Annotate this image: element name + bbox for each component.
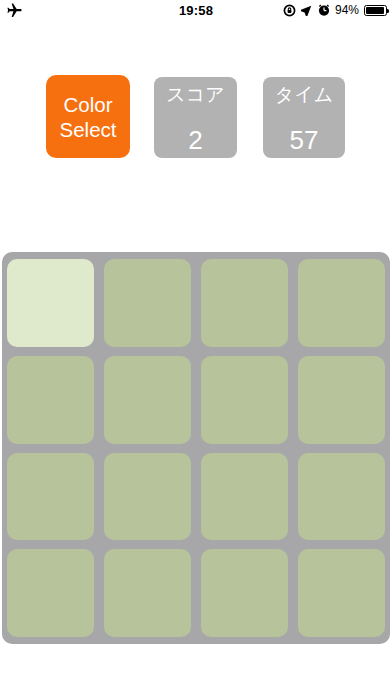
tile-r2c1[interactable] — [104, 453, 191, 541]
score-label: スコア — [166, 85, 224, 105]
time-box: タイム 57 — [263, 77, 345, 158]
color-select-button[interactable]: Color Select — [46, 75, 130, 158]
location-arrow-icon — [301, 4, 313, 16]
alarm-icon — [318, 4, 330, 16]
tile-r0c2[interactable] — [201, 259, 288, 347]
orientation-lock-icon — [283, 4, 296, 17]
tile-r2c0[interactable] — [7, 453, 94, 541]
tile-r3c3[interactable] — [298, 549, 385, 637]
tile-r1c2[interactable] — [201, 356, 288, 444]
tile-r3c1[interactable] — [104, 549, 191, 637]
status-bar: 19:58 94% — [0, 0, 392, 20]
tile-r1c3[interactable] — [298, 356, 385, 444]
battery-fill — [366, 7, 384, 14]
time-value: 57 — [290, 127, 319, 154]
tile-r0c3[interactable] — [298, 259, 385, 347]
time-label: タイム — [275, 85, 333, 105]
tile-r0c1[interactable] — [104, 259, 191, 347]
tile-r2c3[interactable] — [298, 453, 385, 541]
tile-r3c2[interactable] — [201, 549, 288, 637]
tile-r2c2[interactable] — [201, 453, 288, 541]
color-select-label-line1: Color — [64, 92, 113, 117]
tile-r1c1[interactable] — [104, 356, 191, 444]
tile-r0c0[interactable] — [7, 259, 94, 347]
battery-icon — [364, 5, 387, 16]
score-box: スコア 2 — [154, 77, 237, 158]
tile-r1c0[interactable] — [7, 356, 94, 444]
tile-r3c0[interactable] — [7, 549, 94, 637]
score-value: 2 — [188, 127, 202, 154]
color-select-label-line2: Select — [60, 117, 117, 142]
board-grid — [2, 252, 390, 644]
battery-percent: 94% — [335, 3, 359, 17]
battery-nub — [387, 9, 389, 13]
